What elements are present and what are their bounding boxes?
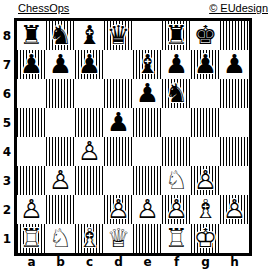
square-d4[interactable]	[104, 137, 133, 166]
piece-outline: ♖	[162, 224, 191, 253]
square-c6[interactable]	[75, 79, 104, 108]
file-label-c: c	[75, 255, 104, 269]
white-pawn[interactable]: ♟♙	[46, 166, 75, 195]
black-rook[interactable]: ♜	[162, 21, 191, 50]
file-label-d: d	[104, 255, 133, 269]
square-f2[interactable]: ♟♙	[162, 195, 191, 224]
square-b7[interactable]: ♟	[46, 50, 75, 79]
white-knight[interactable]: ♞♘	[162, 166, 191, 195]
square-b5[interactable]	[46, 108, 75, 137]
square-f8[interactable]: ♜	[162, 21, 191, 50]
square-f1[interactable]: ♜♖	[162, 224, 191, 253]
square-a5[interactable]	[17, 108, 46, 137]
square-e1[interactable]	[133, 224, 162, 253]
square-h6[interactable]	[220, 79, 249, 108]
piece-outline: ♙	[191, 166, 220, 195]
square-a2[interactable]: ♟♙	[17, 195, 46, 224]
white-king[interactable]: ♚♔	[191, 224, 220, 253]
square-c3[interactable]	[75, 166, 104, 195]
square-e8[interactable]	[133, 21, 162, 50]
piece-outline: ♙	[75, 137, 104, 166]
square-g1[interactable]: ♚♔	[191, 224, 220, 253]
chess-board: ♜♞♝♛♜♚♟♟♟♝♟♟♟♟♞♟♟♙♟♙♞♘♟♙♟♙♟♙♟♙♟♙♝♗♟♙♜♖♞♘…	[14, 18, 252, 256]
black-bishop[interactable]: ♝	[133, 50, 162, 79]
white-pawn[interactable]: ♟♙	[75, 137, 104, 166]
square-e6[interactable]: ♟	[133, 79, 162, 108]
rank-label-3: 3	[0, 166, 14, 195]
white-bishop[interactable]: ♝♗	[191, 195, 220, 224]
rank-label-7: 7	[0, 50, 14, 79]
rank-label-4: 4	[0, 137, 14, 166]
square-b6[interactable]	[46, 79, 75, 108]
square-a6[interactable]	[17, 79, 46, 108]
file-label-f: f	[162, 255, 191, 269]
square-b3[interactable]: ♟♙	[46, 166, 75, 195]
square-e7[interactable]: ♝	[133, 50, 162, 79]
square-f3[interactable]: ♞♘	[162, 166, 191, 195]
black-pawn[interactable]: ♟	[220, 50, 249, 79]
square-a3[interactable]	[17, 166, 46, 195]
piece-outline: ♘	[46, 224, 75, 253]
piece-outline: ♙	[133, 195, 162, 224]
square-c8[interactable]: ♝	[75, 21, 104, 50]
piece-outline: ♗	[75, 224, 104, 253]
square-b4[interactable]	[46, 137, 75, 166]
white-bishop[interactable]: ♝♗	[75, 224, 104, 253]
rank-label-1: 1	[0, 224, 14, 253]
square-a4[interactable]	[17, 137, 46, 166]
square-c4[interactable]: ♟♙	[75, 137, 104, 166]
square-d8[interactable]: ♛	[104, 21, 133, 50]
rank-labels: 87654321	[0, 21, 14, 253]
white-rook[interactable]: ♜♖	[17, 224, 46, 253]
file-label-g: g	[191, 255, 220, 269]
square-g6[interactable]	[191, 79, 220, 108]
black-pawn[interactable]: ♟	[75, 50, 104, 79]
square-b8[interactable]: ♞	[46, 21, 75, 50]
square-d1[interactable]: ♛♕	[104, 224, 133, 253]
black-pawn[interactable]: ♟	[162, 50, 191, 79]
eudesign-credit-link[interactable]: © EUdesign	[209, 2, 268, 14]
piece-outline: ♕	[104, 224, 133, 253]
square-g4[interactable]	[191, 137, 220, 166]
white-knight[interactable]: ♞♘	[46, 224, 75, 253]
square-f6[interactable]: ♞	[162, 79, 191, 108]
rank-label-6: 6	[0, 79, 14, 108]
black-pawn[interactable]: ♟	[104, 108, 133, 137]
square-d7[interactable]	[104, 50, 133, 79]
file-label-b: b	[46, 255, 75, 269]
square-h8[interactable]	[220, 21, 249, 50]
piece-outline: ♗	[191, 195, 220, 224]
rank-label-8: 8	[0, 21, 14, 50]
square-h5[interactable]	[220, 108, 249, 137]
black-queen[interactable]: ♛	[104, 21, 133, 50]
file-labels: abcdefgh	[17, 255, 249, 269]
white-rook[interactable]: ♜♖	[162, 224, 191, 253]
black-pawn[interactable]: ♟	[133, 79, 162, 108]
black-pawn[interactable]: ♟	[46, 50, 75, 79]
file-label-h: h	[220, 255, 249, 269]
square-h4[interactable]	[220, 137, 249, 166]
square-e3[interactable]	[133, 166, 162, 195]
white-pawn[interactable]: ♟♙	[17, 195, 46, 224]
square-g3[interactable]: ♟♙	[191, 166, 220, 195]
square-e2[interactable]: ♟♙	[133, 195, 162, 224]
square-h2[interactable]: ♟♙	[220, 195, 249, 224]
square-f4[interactable]	[162, 137, 191, 166]
white-pawn[interactable]: ♟♙	[133, 195, 162, 224]
piece-outline: ♙	[104, 195, 133, 224]
piece-outline: ♙	[17, 195, 46, 224]
black-pawn[interactable]: ♟	[17, 50, 46, 79]
piece-outline: ♙	[162, 195, 191, 224]
square-h7[interactable]: ♟	[220, 50, 249, 79]
square-d5[interactable]: ♟	[104, 108, 133, 137]
square-g8[interactable]: ♚	[191, 21, 220, 50]
square-d3[interactable]	[104, 166, 133, 195]
square-c7[interactable]: ♟	[75, 50, 104, 79]
black-pawn[interactable]: ♟	[191, 50, 220, 79]
square-a7[interactable]: ♟	[17, 50, 46, 79]
black-bishop[interactable]: ♝	[75, 21, 104, 50]
square-a8[interactable]: ♜	[17, 21, 46, 50]
chessops-diagram-page: ChessOps © EUdesign 87654321 ♜♞♝♛♜♚♟♟♟♝♟…	[0, 0, 270, 270]
white-pawn[interactable]: ♟♙	[191, 166, 220, 195]
black-king[interactable]: ♚	[191, 21, 220, 50]
white-pawn[interactable]: ♟♙	[220, 195, 249, 224]
square-d6[interactable]	[104, 79, 133, 108]
square-b1[interactable]: ♞♘	[46, 224, 75, 253]
square-h3[interactable]	[220, 166, 249, 195]
rank-label-2: 2	[0, 195, 14, 224]
square-e5[interactable]	[133, 108, 162, 137]
file-label-e: e	[133, 255, 162, 269]
square-h1[interactable]	[220, 224, 249, 253]
white-pawn[interactable]: ♟♙	[162, 195, 191, 224]
piece-outline: ♙	[220, 195, 249, 224]
white-pawn[interactable]: ♟♙	[104, 195, 133, 224]
black-rook[interactable]: ♜	[17, 21, 46, 50]
square-b2[interactable]	[46, 195, 75, 224]
piece-outline: ♙	[46, 166, 75, 195]
chessops-title-link[interactable]: ChessOps	[18, 2, 69, 14]
square-g2[interactable]: ♝♗	[191, 195, 220, 224]
piece-outline: ♖	[17, 224, 46, 253]
white-queen[interactable]: ♛♕	[104, 224, 133, 253]
piece-outline: ♔	[191, 224, 220, 253]
square-c2[interactable]	[75, 195, 104, 224]
piece-outline: ♘	[162, 166, 191, 195]
square-f5[interactable]	[162, 108, 191, 137]
square-d2[interactable]: ♟♙	[104, 195, 133, 224]
black-knight[interactable]: ♞	[46, 21, 75, 50]
square-e4[interactable]	[133, 137, 162, 166]
square-a1[interactable]: ♜♖	[17, 224, 46, 253]
square-g7[interactable]: ♟	[191, 50, 220, 79]
square-g5[interactable]	[191, 108, 220, 137]
black-knight[interactable]: ♞	[162, 79, 191, 108]
square-f7[interactable]: ♟	[162, 50, 191, 79]
rank-label-5: 5	[0, 108, 14, 137]
square-c1[interactable]: ♝♗	[75, 224, 104, 253]
square-c5[interactable]	[75, 108, 104, 137]
file-label-a: a	[17, 255, 46, 269]
